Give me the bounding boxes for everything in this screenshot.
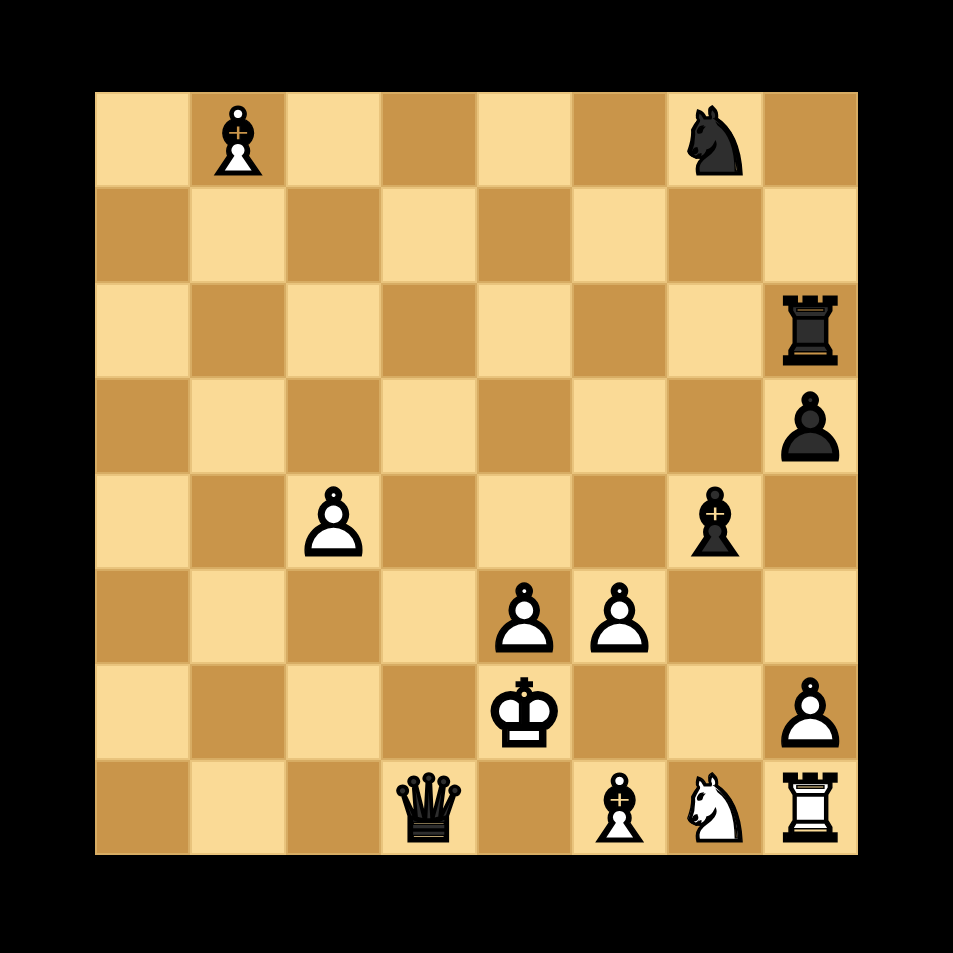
black-knight-outline-glyph: ♘ [667,95,762,190]
square-e6[interactable] [477,283,572,378]
square-a7[interactable] [95,187,190,282]
square-e4[interactable] [477,474,572,569]
square-f6[interactable] [572,283,667,378]
square-e3[interactable]: ♟♙ [477,569,572,664]
square-f4[interactable] [572,474,667,569]
piece-white-bishop-b8[interactable]: ♝♗ [190,92,285,187]
square-h3[interactable] [763,569,858,664]
square-g6[interactable] [667,283,762,378]
square-g5[interactable] [667,378,762,473]
square-a2[interactable] [95,664,190,759]
square-g3[interactable] [667,569,762,664]
square-g4[interactable]: ♝♗ [667,474,762,569]
square-g2[interactable] [667,664,762,759]
piece-black-pawn-h5[interactable]: ♟♙ [763,378,858,473]
square-b1[interactable] [190,760,285,855]
square-b2[interactable] [190,664,285,759]
piece-white-king-e2[interactable]: ♚♔ [477,664,572,759]
square-d3[interactable] [381,569,476,664]
square-g7[interactable] [667,187,762,282]
square-c8[interactable] [286,92,381,187]
square-h5[interactable]: ♟♙ [763,378,858,473]
square-e8[interactable] [477,92,572,187]
square-d5[interactable] [381,378,476,473]
square-h2[interactable]: ♟♙ [763,664,858,759]
square-a1[interactable] [95,760,190,855]
piece-white-pawn-c4[interactable]: ♟♙ [286,474,381,569]
square-h4[interactable] [763,474,858,569]
piece-white-pawn-h2[interactable]: ♟♙ [763,664,858,759]
piece-white-pawn-e3[interactable]: ♟♙ [477,569,572,664]
square-c3[interactable] [286,569,381,664]
square-h1[interactable]: ♜♖ [763,760,858,855]
square-b7[interactable] [190,187,285,282]
square-e7[interactable] [477,187,572,282]
square-d8[interactable] [381,92,476,187]
square-f8[interactable] [572,92,667,187]
white-knight-outline-glyph: ♘ [667,763,762,858]
square-a6[interactable] [95,283,190,378]
piece-black-queen-d1[interactable]: ♛♕ [381,760,476,855]
square-d1[interactable]: ♛♕ [381,760,476,855]
square-h7[interactable] [763,187,858,282]
square-b5[interactable] [190,378,285,473]
square-g8[interactable]: ♞♘ [667,92,762,187]
black-queen-outline-glyph: ♕ [381,763,476,858]
square-c6[interactable] [286,283,381,378]
white-pawn-outline-glyph: ♙ [286,477,381,572]
square-d4[interactable] [381,474,476,569]
square-c5[interactable] [286,378,381,473]
piece-white-rook-h1[interactable]: ♜♖ [763,760,858,855]
piece-white-pawn-f3[interactable]: ♟♙ [572,569,667,664]
square-f5[interactable] [572,378,667,473]
square-c2[interactable] [286,664,381,759]
square-a3[interactable] [95,569,190,664]
piece-white-bishop-f1[interactable]: ♝♗ [572,760,667,855]
white-rook-outline-glyph: ♖ [763,763,858,858]
black-rook-outline-glyph: ♖ [763,286,858,381]
square-d7[interactable] [381,187,476,282]
square-a8[interactable] [95,92,190,187]
piece-white-knight-g1[interactable]: ♞♘ [667,760,762,855]
square-e1[interactable] [477,760,572,855]
square-e2[interactable]: ♚♔ [477,664,572,759]
square-b8[interactable]: ♝♗ [190,92,285,187]
white-bishop-outline-glyph: ♗ [572,763,667,858]
square-c1[interactable] [286,760,381,855]
white-pawn-outline-glyph: ♙ [572,572,667,667]
piece-black-knight-g8[interactable]: ♞♘ [667,92,762,187]
square-a5[interactable] [95,378,190,473]
square-f7[interactable] [572,187,667,282]
white-pawn-outline-glyph: ♙ [763,667,858,762]
square-d6[interactable] [381,283,476,378]
square-c7[interactable] [286,187,381,282]
black-pawn-outline-glyph: ♙ [763,381,858,476]
square-h8[interactable] [763,92,858,187]
white-bishop-outline-glyph: ♗ [190,95,285,190]
square-f3[interactable]: ♟♙ [572,569,667,664]
piece-black-rook-h6[interactable]: ♜♖ [763,283,858,378]
square-d2[interactable] [381,664,476,759]
square-f1[interactable]: ♝♗ [572,760,667,855]
white-king-outline-glyph: ♔ [477,667,572,762]
square-f2[interactable] [572,664,667,759]
square-b4[interactable] [190,474,285,569]
square-b3[interactable] [190,569,285,664]
piece-black-bishop-g4[interactable]: ♝♗ [667,474,762,569]
square-c4[interactable]: ♟♙ [286,474,381,569]
white-pawn-outline-glyph: ♙ [477,572,572,667]
square-g1[interactable]: ♞♘ [667,760,762,855]
square-a4[interactable] [95,474,190,569]
chess-board: ♝♗♞♘♜♖♟♙♟♙♝♗♟♙♟♙♚♔♟♙♛♕♝♗♞♘♜♖ [95,92,858,855]
square-h6[interactable]: ♜♖ [763,283,858,378]
square-e5[interactable] [477,378,572,473]
square-b6[interactable] [190,283,285,378]
black-bishop-outline-glyph: ♗ [667,477,762,572]
